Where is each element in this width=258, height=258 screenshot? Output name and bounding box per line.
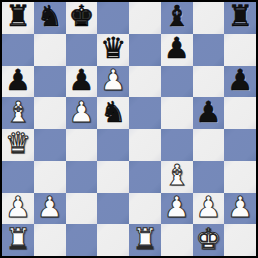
square-h1[interactable] [224, 224, 256, 256]
piece-white-bishop: ♝ [164, 161, 190, 190]
piece-white-rook: ♜ [132, 225, 158, 254]
square-a7[interactable] [2, 34, 34, 66]
piece-white-pawn: ♟ [195, 193, 221, 222]
piece-black-pawn: ♟ [227, 66, 253, 95]
square-d8[interactable] [97, 2, 129, 34]
piece-white-king: ♚ [195, 225, 221, 254]
square-c2[interactable] [66, 193, 98, 225]
piece-black-pawn: ♟ [195, 98, 221, 127]
piece-black-pawn: ♟ [68, 66, 94, 95]
square-a4[interactable]: ♛ [2, 129, 34, 161]
piece-black-knight: ♞ [100, 98, 126, 127]
piece-white-pawn: ♟ [5, 193, 31, 222]
chess-board: ♜♞♚♝♜♛♟♟♟♟♟♝♟♞♟♛♝♟♟♟♟♟♜♜♚ [0, 0, 258, 258]
piece-white-pawn: ♟ [164, 193, 190, 222]
piece-black-bishop: ♝ [164, 2, 190, 31]
square-a6[interactable]: ♟ [2, 66, 34, 98]
square-b6[interactable] [34, 66, 66, 98]
square-a1[interactable]: ♜ [2, 224, 34, 256]
square-b4[interactable] [34, 129, 66, 161]
square-d6[interactable]: ♟ [97, 66, 129, 98]
square-h3[interactable] [224, 161, 256, 193]
square-g6[interactable] [193, 66, 225, 98]
piece-white-pawn: ♟ [100, 66, 126, 95]
square-d5[interactable]: ♞ [97, 97, 129, 129]
piece-black-rook: ♜ [227, 2, 253, 31]
square-g8[interactable] [193, 2, 225, 34]
square-g5[interactable]: ♟ [193, 97, 225, 129]
square-f5[interactable] [161, 97, 193, 129]
square-f2[interactable]: ♟ [161, 193, 193, 225]
square-d2[interactable] [97, 193, 129, 225]
square-f6[interactable] [161, 66, 193, 98]
piece-black-knight: ♞ [37, 2, 63, 31]
square-c8[interactable]: ♚ [66, 2, 98, 34]
square-e8[interactable] [129, 2, 161, 34]
square-g4[interactable] [193, 129, 225, 161]
square-g3[interactable] [193, 161, 225, 193]
square-f1[interactable] [161, 224, 193, 256]
square-e4[interactable] [129, 129, 161, 161]
square-e6[interactable] [129, 66, 161, 98]
square-f7[interactable]: ♟ [161, 34, 193, 66]
square-b7[interactable] [34, 34, 66, 66]
square-b5[interactable] [34, 97, 66, 129]
piece-black-king: ♚ [68, 2, 94, 31]
square-h5[interactable] [224, 97, 256, 129]
piece-black-pawn: ♟ [5, 66, 31, 95]
square-h7[interactable] [224, 34, 256, 66]
piece-white-queen: ♛ [5, 129, 31, 158]
piece-black-rook: ♜ [5, 2, 31, 31]
piece-white-pawn: ♟ [68, 98, 94, 127]
square-c1[interactable] [66, 224, 98, 256]
square-h8[interactable]: ♜ [224, 2, 256, 34]
square-b1[interactable] [34, 224, 66, 256]
piece-black-queen: ♛ [100, 34, 126, 63]
square-g2[interactable]: ♟ [193, 193, 225, 225]
square-b3[interactable] [34, 161, 66, 193]
square-c3[interactable] [66, 161, 98, 193]
square-d7[interactable]: ♛ [97, 34, 129, 66]
piece-white-bishop: ♝ [5, 98, 31, 127]
square-e3[interactable] [129, 161, 161, 193]
piece-white-pawn: ♟ [227, 193, 253, 222]
square-e2[interactable] [129, 193, 161, 225]
piece-white-rook: ♜ [5, 225, 31, 254]
square-e5[interactable] [129, 97, 161, 129]
piece-black-pawn: ♟ [164, 34, 190, 63]
square-g7[interactable] [193, 34, 225, 66]
piece-white-pawn: ♟ [37, 193, 63, 222]
square-e7[interactable] [129, 34, 161, 66]
square-b2[interactable]: ♟ [34, 193, 66, 225]
square-c4[interactable] [66, 129, 98, 161]
square-b8[interactable]: ♞ [34, 2, 66, 34]
square-a3[interactable] [2, 161, 34, 193]
square-h4[interactable] [224, 129, 256, 161]
square-g1[interactable]: ♚ [193, 224, 225, 256]
square-a8[interactable]: ♜ [2, 2, 34, 34]
square-a2[interactable]: ♟ [2, 193, 34, 225]
square-d4[interactable] [97, 129, 129, 161]
square-d1[interactable] [97, 224, 129, 256]
square-f4[interactable] [161, 129, 193, 161]
square-c6[interactable]: ♟ [66, 66, 98, 98]
square-d3[interactable] [97, 161, 129, 193]
square-a5[interactable]: ♝ [2, 97, 34, 129]
square-c5[interactable]: ♟ [66, 97, 98, 129]
square-c7[interactable] [66, 34, 98, 66]
square-f3[interactable]: ♝ [161, 161, 193, 193]
square-f8[interactable]: ♝ [161, 2, 193, 34]
square-h2[interactable]: ♟ [224, 193, 256, 225]
square-e1[interactable]: ♜ [129, 224, 161, 256]
square-h6[interactable]: ♟ [224, 66, 256, 98]
